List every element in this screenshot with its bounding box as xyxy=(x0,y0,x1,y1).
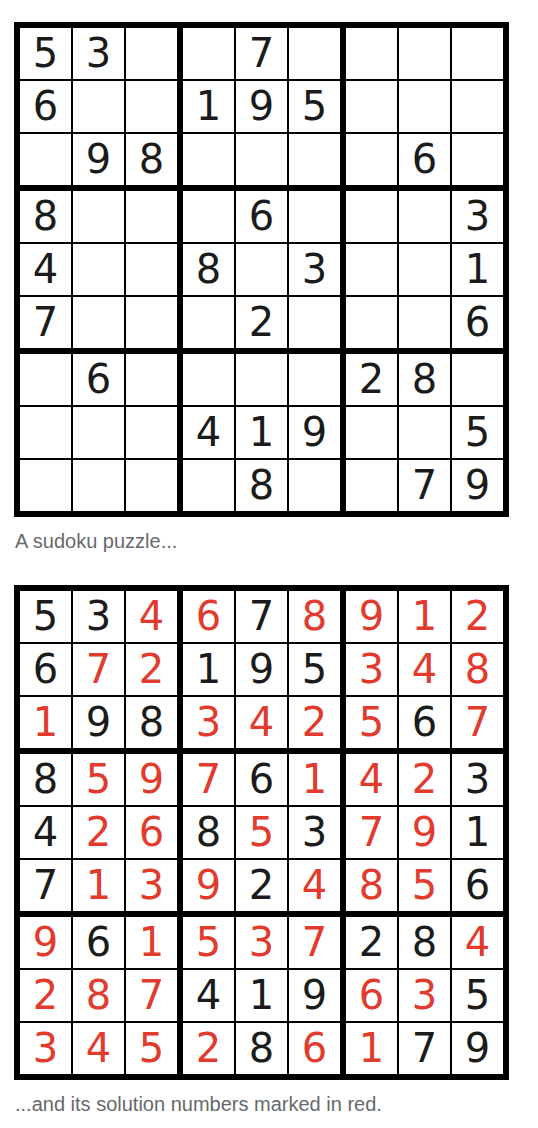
cell-r8c4: 4 xyxy=(182,969,235,1022)
cell-r2c1: 6 xyxy=(19,80,72,133)
cell-r6c9: 6 xyxy=(451,296,504,349)
cell-r8c8: 3 xyxy=(398,969,451,1022)
cell-r1c1: 5 xyxy=(19,590,72,643)
cell-r6c8: 5 xyxy=(398,859,451,912)
cell-r7c2: 6 xyxy=(72,916,125,969)
cell-r3c5 xyxy=(235,133,288,186)
cell-r4c6 xyxy=(288,190,341,243)
box-9: 284635179 xyxy=(343,914,506,1077)
box-7: 6 xyxy=(17,351,180,514)
cell-r9c9: 9 xyxy=(451,1022,504,1075)
cell-r2c5: 9 xyxy=(235,80,288,133)
cell-r3c4: 3 xyxy=(182,696,235,749)
cell-r6c3: 3 xyxy=(125,859,178,912)
cell-r5c4: 8 xyxy=(182,806,235,859)
cell-r5c4: 8 xyxy=(182,243,235,296)
cell-r5c6: 3 xyxy=(288,243,341,296)
solution-caption: ...and its solution numbers marked in re… xyxy=(15,1093,524,1116)
cell-r4c1: 8 xyxy=(19,753,72,806)
cell-r5c8 xyxy=(398,243,451,296)
cell-r7c8: 8 xyxy=(398,916,451,969)
cell-r7c8: 8 xyxy=(398,353,451,406)
cell-r2c4: 1 xyxy=(182,80,235,133)
cell-r5c9: 1 xyxy=(451,243,504,296)
cell-r6c9: 6 xyxy=(451,859,504,912)
cell-r5c8: 9 xyxy=(398,806,451,859)
cell-r6c7 xyxy=(345,296,398,349)
cell-r8c8 xyxy=(398,406,451,459)
cell-r3c7: 5 xyxy=(345,696,398,749)
cell-r2c2: 7 xyxy=(72,643,125,696)
cell-r6c6: 4 xyxy=(288,859,341,912)
cell-r1c2: 3 xyxy=(72,590,125,643)
cell-r9c8: 7 xyxy=(398,459,451,512)
cell-r1c3 xyxy=(125,27,178,80)
cell-r6c6 xyxy=(288,296,341,349)
cell-r4c9: 3 xyxy=(451,190,504,243)
cell-r2c7 xyxy=(345,80,398,133)
cell-r7c7: 2 xyxy=(345,916,398,969)
cell-r4c3: 9 xyxy=(125,753,178,806)
cell-r6c4 xyxy=(182,296,235,349)
sudoku-solution-board: 5346721986781953429123485678594267137618… xyxy=(14,585,509,1080)
cell-r7c9: 4 xyxy=(451,916,504,969)
cell-r1c7 xyxy=(345,27,398,80)
cell-r3c9: 7 xyxy=(451,696,504,749)
cell-r3c3: 8 xyxy=(125,696,178,749)
cell-r3c1 xyxy=(19,133,72,186)
cell-r5c2 xyxy=(72,243,125,296)
cell-r8c6: 9 xyxy=(288,969,341,1022)
cell-r8c2: 8 xyxy=(72,969,125,1022)
cell-r5c5: 5 xyxy=(235,806,288,859)
cell-r5c3 xyxy=(125,243,178,296)
cell-r2c4: 1 xyxy=(182,643,235,696)
cell-r3c2: 9 xyxy=(72,133,125,186)
cell-r9c4 xyxy=(182,459,235,512)
cell-r4c3 xyxy=(125,190,178,243)
cell-r8c1: 2 xyxy=(19,969,72,1022)
cell-r4c2: 5 xyxy=(72,753,125,806)
cell-r8c7: 6 xyxy=(345,969,398,1022)
box-4: 859426713 xyxy=(17,751,180,914)
cell-r1c9 xyxy=(451,27,504,80)
cell-r1c3: 4 xyxy=(125,590,178,643)
sudoku-puzzle-board: 536987195684768323166419828579 xyxy=(14,22,509,517)
cell-r9c1: 3 xyxy=(19,1022,72,1075)
cell-r2c5: 9 xyxy=(235,643,288,696)
cell-r4c7 xyxy=(345,190,398,243)
cell-r5c7 xyxy=(345,243,398,296)
cell-r1c5: 7 xyxy=(235,27,288,80)
cell-r7c3: 1 xyxy=(125,916,178,969)
cell-r2c6: 5 xyxy=(288,80,341,133)
cell-r7c1: 9 xyxy=(19,916,72,969)
cell-r5c5 xyxy=(235,243,288,296)
cell-r4c9: 3 xyxy=(451,753,504,806)
box-2: 7195 xyxy=(180,25,343,188)
cell-r8c3: 7 xyxy=(125,969,178,1022)
cell-r2c8: 4 xyxy=(398,643,451,696)
cell-r9c5: 8 xyxy=(235,459,288,512)
cell-r6c3 xyxy=(125,296,178,349)
box-6: 316 xyxy=(343,188,506,351)
cell-r3c2: 9 xyxy=(72,696,125,749)
cell-r6c5: 2 xyxy=(235,296,288,349)
box-5: 6832 xyxy=(180,188,343,351)
cell-r8c7 xyxy=(345,406,398,459)
cell-r1c8 xyxy=(398,27,451,80)
box-7: 961287345 xyxy=(17,914,180,1077)
cell-r3c8: 6 xyxy=(398,696,451,749)
cell-r2c7: 3 xyxy=(345,643,398,696)
cell-r5c1: 4 xyxy=(19,806,72,859)
cell-r4c2 xyxy=(72,190,125,243)
cell-r1c6 xyxy=(288,27,341,80)
box-2: 678195342 xyxy=(180,588,343,751)
cell-r3c4 xyxy=(182,133,235,186)
cell-r2c9: 8 xyxy=(451,643,504,696)
cell-r9c3 xyxy=(125,459,178,512)
cell-r9c7: 1 xyxy=(345,1022,398,1075)
cell-r7c2: 6 xyxy=(72,353,125,406)
box-9: 28579 xyxy=(343,351,506,514)
cell-r7c4 xyxy=(182,353,235,406)
cell-r7c4: 5 xyxy=(182,916,235,969)
cell-r6c1: 7 xyxy=(19,859,72,912)
cell-r5c7: 7 xyxy=(345,806,398,859)
cell-r5c9: 1 xyxy=(451,806,504,859)
cell-r2c2 xyxy=(72,80,125,133)
cell-r7c3 xyxy=(125,353,178,406)
cell-r2c3: 2 xyxy=(125,643,178,696)
cell-r6c5: 2 xyxy=(235,859,288,912)
cell-r9c5: 8 xyxy=(235,1022,288,1075)
cell-r8c5: 1 xyxy=(235,406,288,459)
cell-r4c1: 8 xyxy=(19,190,72,243)
cell-r8c4: 4 xyxy=(182,406,235,459)
cell-r1c2: 3 xyxy=(72,27,125,80)
cell-r4c5: 6 xyxy=(235,753,288,806)
box-8: 537419286 xyxy=(180,914,343,1077)
cell-r8c1 xyxy=(19,406,72,459)
cell-r3c9 xyxy=(451,133,504,186)
cell-r1c8: 1 xyxy=(398,590,451,643)
cell-r1c7: 9 xyxy=(345,590,398,643)
cell-r6c2 xyxy=(72,296,125,349)
cell-r3c8: 6 xyxy=(398,133,451,186)
cell-r3c3: 8 xyxy=(125,133,178,186)
cell-r5c3: 6 xyxy=(125,806,178,859)
cell-r3c5: 4 xyxy=(235,696,288,749)
cell-r7c6 xyxy=(288,353,341,406)
cell-r1c4 xyxy=(182,27,235,80)
puzzle-figure: 536987195684768323166419828579 A sudoku … xyxy=(14,22,524,553)
box-8: 4198 xyxy=(180,351,343,514)
cell-r2c3 xyxy=(125,80,178,133)
cell-r5c6: 3 xyxy=(288,806,341,859)
cell-r9c6 xyxy=(288,459,341,512)
cell-r2c1: 6 xyxy=(19,643,72,696)
box-1: 534672198 xyxy=(17,588,180,751)
cell-r8c5: 1 xyxy=(235,969,288,1022)
sudoku-article: 536987195684768323166419828579 A sudoku … xyxy=(0,0,538,1128)
cell-r5c1: 4 xyxy=(19,243,72,296)
cell-r4c7: 4 xyxy=(345,753,398,806)
cell-r8c2 xyxy=(72,406,125,459)
cell-r3c6: 2 xyxy=(288,696,341,749)
cell-r9c8: 7 xyxy=(398,1022,451,1075)
cell-r7c5 xyxy=(235,353,288,406)
puzzle-caption: A sudoku puzzle... xyxy=(15,530,524,553)
cell-r8c6: 9 xyxy=(288,406,341,459)
cell-r2c9 xyxy=(451,80,504,133)
cell-r3c1: 1 xyxy=(19,696,72,749)
cell-r9c3: 5 xyxy=(125,1022,178,1075)
box-1: 53698 xyxy=(17,25,180,188)
cell-r9c2: 4 xyxy=(72,1022,125,1075)
cell-r9c9: 9 xyxy=(451,459,504,512)
cell-r6c4: 9 xyxy=(182,859,235,912)
cell-r8c9: 5 xyxy=(451,406,504,459)
cell-r6c1: 7 xyxy=(19,296,72,349)
cell-r1c1: 5 xyxy=(19,27,72,80)
cell-r9c6: 6 xyxy=(288,1022,341,1075)
cell-r9c7 xyxy=(345,459,398,512)
box-5: 761853924 xyxy=(180,751,343,914)
cell-r8c9: 5 xyxy=(451,969,504,1022)
cell-r4c8 xyxy=(398,190,451,243)
cell-r2c6: 5 xyxy=(288,643,341,696)
box-3: 912348567 xyxy=(343,588,506,751)
box-6: 423791856 xyxy=(343,751,506,914)
cell-r8c3 xyxy=(125,406,178,459)
cell-r9c1 xyxy=(19,459,72,512)
cell-r7c9 xyxy=(451,353,504,406)
cell-r6c2: 1 xyxy=(72,859,125,912)
cell-r4c4 xyxy=(182,190,235,243)
cell-r1c5: 7 xyxy=(235,590,288,643)
cell-r9c2 xyxy=(72,459,125,512)
cell-r6c8 xyxy=(398,296,451,349)
solution-figure: 5346721986781953429123485678594267137618… xyxy=(14,585,524,1116)
box-3: 6 xyxy=(343,25,506,188)
box-4: 847 xyxy=(17,188,180,351)
cell-r4c6: 1 xyxy=(288,753,341,806)
cell-r5c2: 2 xyxy=(72,806,125,859)
cell-r7c5: 3 xyxy=(235,916,288,969)
cell-r1c9: 2 xyxy=(451,590,504,643)
cell-r3c6 xyxy=(288,133,341,186)
cell-r7c7: 2 xyxy=(345,353,398,406)
cell-r4c4: 7 xyxy=(182,753,235,806)
cell-r2c8 xyxy=(398,80,451,133)
cell-r4c5: 6 xyxy=(235,190,288,243)
cell-r3c7 xyxy=(345,133,398,186)
cell-r7c6: 7 xyxy=(288,916,341,969)
cell-r1c6: 8 xyxy=(288,590,341,643)
cell-r4c8: 2 xyxy=(398,753,451,806)
cell-r1c4: 6 xyxy=(182,590,235,643)
cell-r9c4: 2 xyxy=(182,1022,235,1075)
cell-r7c1 xyxy=(19,353,72,406)
cell-r6c7: 8 xyxy=(345,859,398,912)
